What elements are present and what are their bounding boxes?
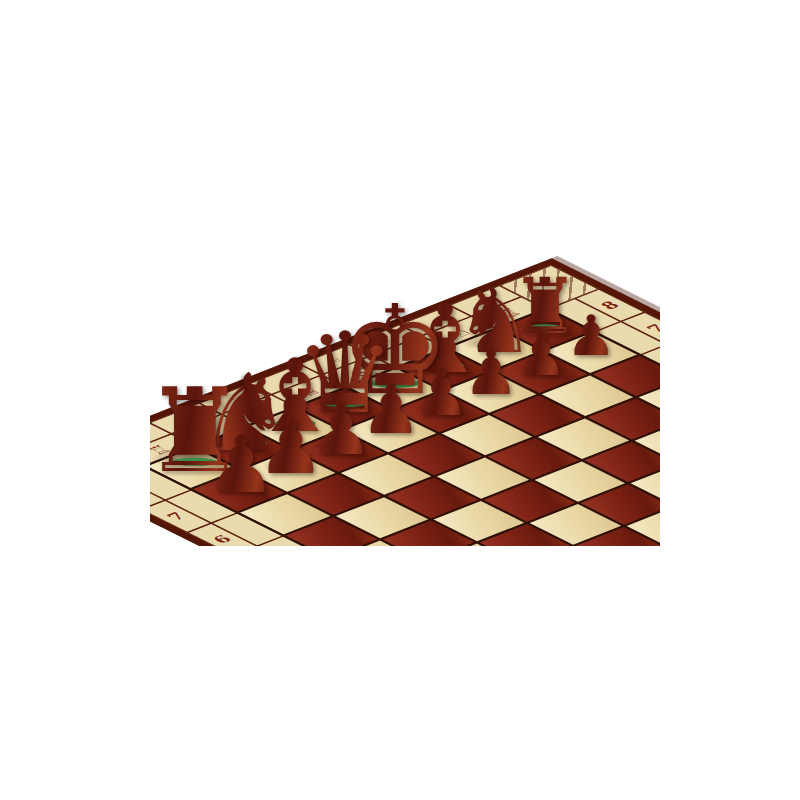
- border-label: c: [227, 395, 244, 403]
- setup-figurine-icon: ♖: [493, 306, 525, 320]
- setup-figurine-icon: ♕: [293, 384, 325, 398]
- setup-figurine-icon: ♔: [343, 364, 375, 378]
- border-label: 6: [208, 533, 236, 546]
- setup-figurine-icon: ♗: [393, 345, 425, 359]
- border-label: 7: [642, 322, 660, 335]
- setup-figurine-icon: ♘: [193, 423, 225, 437]
- photo-region: abcdefgh ♖♘♗♕♔♗♘♖ 87654321 87654321 ♜♞♝♛…: [150, 0, 660, 546]
- border-label: h: [477, 297, 495, 305]
- border-label: 8: [596, 299, 624, 312]
- setup-figurine-icon: ♘: [443, 325, 475, 339]
- setup-figurine-icon: ♖: [150, 443, 175, 457]
- border-label: d: [277, 375, 295, 383]
- product-photo-scene: abcdefgh ♖♘♗♕♔♗♘♖ 87654321 87654321 ♜♞♝♛…: [0, 0, 800, 800]
- setup-figurine-icon: ♗: [243, 404, 275, 418]
- border-label: e: [327, 356, 344, 364]
- chess-board: abcdefgh ♖♘♗♕♔♗♘♖ 87654321 87654321: [150, 265, 660, 546]
- border-label: f: [378, 337, 393, 344]
- border-label: 7: [162, 510, 190, 523]
- border-label: g: [427, 316, 445, 324]
- border-label: b: [177, 414, 195, 422]
